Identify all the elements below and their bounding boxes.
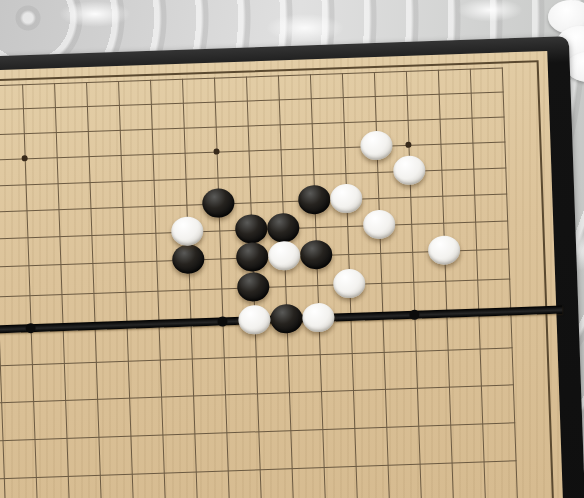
photo-scene (0, 0, 584, 498)
stone-white[interactable] (360, 130, 393, 160)
stone-white[interactable] (268, 240, 301, 270)
stone-black[interactable] (236, 241, 269, 271)
stone-white[interactable] (333, 268, 366, 298)
stone-white[interactable] (302, 302, 335, 332)
stone-black[interactable] (267, 212, 300, 242)
stone-white[interactable] (238, 304, 271, 334)
stone-white[interactable] (171, 216, 204, 246)
stone-black[interactable] (202, 187, 235, 217)
stone-white[interactable] (393, 155, 426, 185)
board-rotation-wrapper (0, 0, 584, 498)
